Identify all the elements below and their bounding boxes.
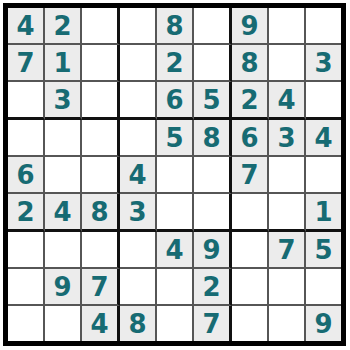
- cell-r3c5: 6: [157, 82, 194, 120]
- cell-r8c1[interactable]: [8, 269, 45, 306]
- cell-r5c9[interactable]: [306, 157, 341, 194]
- cell-r6c8[interactable]: [269, 194, 306, 232]
- cell-r8c4[interactable]: [120, 269, 157, 306]
- cell-r6c9: 1: [306, 194, 341, 232]
- cell-r4c6: 8: [194, 120, 232, 157]
- cell-r8c2: 9: [45, 269, 82, 306]
- cell-r4c2[interactable]: [45, 120, 82, 157]
- cell-r9c5[interactable]: [157, 306, 194, 341]
- cell-r6c6[interactable]: [194, 194, 232, 232]
- cell-r1c7: 9: [232, 8, 269, 45]
- sudoku-board: 42897128336524586346472483149759724879: [3, 3, 346, 346]
- cell-r5c7: 7: [232, 157, 269, 194]
- cell-r6c3: 8: [82, 194, 120, 232]
- cell-r9c8[interactable]: [269, 306, 306, 341]
- cell-r1c6[interactable]: [194, 8, 232, 45]
- cell-r8c5[interactable]: [157, 269, 194, 306]
- cell-r1c8[interactable]: [269, 8, 306, 45]
- cell-r4c4[interactable]: [120, 120, 157, 157]
- cell-r8c7[interactable]: [232, 269, 269, 306]
- cell-r9c1[interactable]: [8, 306, 45, 341]
- cell-r9c7[interactable]: [232, 306, 269, 341]
- cell-r3c4[interactable]: [120, 82, 157, 120]
- cell-r4c3[interactable]: [82, 120, 120, 157]
- cell-r5c2[interactable]: [45, 157, 82, 194]
- cell-r4c8: 3: [269, 120, 306, 157]
- cell-r2c1: 7: [8, 45, 45, 82]
- cell-r7c7[interactable]: [232, 232, 269, 269]
- cell-r2c4[interactable]: [120, 45, 157, 82]
- cell-r2c9: 3: [306, 45, 341, 82]
- cell-r5c6[interactable]: [194, 157, 232, 194]
- cell-r7c5: 4: [157, 232, 194, 269]
- cell-r4c9: 4: [306, 120, 341, 157]
- cell-r9c2[interactable]: [45, 306, 82, 341]
- cell-r7c2[interactable]: [45, 232, 82, 269]
- sudoku-page: 42897128336524586346472483149759724879: [0, 0, 350, 350]
- cell-r1c4[interactable]: [120, 8, 157, 45]
- cell-r5c4: 4: [120, 157, 157, 194]
- cell-r6c4: 3: [120, 194, 157, 232]
- cell-r3c3[interactable]: [82, 82, 120, 120]
- cell-r6c7[interactable]: [232, 194, 269, 232]
- cell-r2c8[interactable]: [269, 45, 306, 82]
- cell-r1c9[interactable]: [306, 8, 341, 45]
- cell-r5c3[interactable]: [82, 157, 120, 194]
- cell-r2c2: 1: [45, 45, 82, 82]
- cell-r5c5[interactable]: [157, 157, 194, 194]
- cell-r2c3[interactable]: [82, 45, 120, 82]
- cell-r3c8: 4: [269, 82, 306, 120]
- cell-r1c5: 8: [157, 8, 194, 45]
- cell-r1c3[interactable]: [82, 8, 120, 45]
- cell-r6c2: 4: [45, 194, 82, 232]
- cell-r3c9[interactable]: [306, 82, 341, 120]
- cell-r4c1[interactable]: [8, 120, 45, 157]
- cell-r6c1: 2: [8, 194, 45, 232]
- cell-r6c5[interactable]: [157, 194, 194, 232]
- cell-r3c6: 5: [194, 82, 232, 120]
- cell-r9c9: 9: [306, 306, 341, 341]
- cell-r2c6[interactable]: [194, 45, 232, 82]
- cell-r3c2: 3: [45, 82, 82, 120]
- cell-r3c7: 2: [232, 82, 269, 120]
- cell-r1c2: 2: [45, 8, 82, 45]
- cell-r8c6: 2: [194, 269, 232, 306]
- cell-r2c5: 2: [157, 45, 194, 82]
- cell-r7c8: 7: [269, 232, 306, 269]
- cell-r9c6: 7: [194, 306, 232, 341]
- cell-r7c3[interactable]: [82, 232, 120, 269]
- cell-r7c6: 9: [194, 232, 232, 269]
- cell-r4c7: 6: [232, 120, 269, 157]
- cell-r8c8[interactable]: [269, 269, 306, 306]
- cell-r8c3: 7: [82, 269, 120, 306]
- cell-r3c1[interactable]: [8, 82, 45, 120]
- cell-r5c1: 6: [8, 157, 45, 194]
- cell-r1c1: 4: [8, 8, 45, 45]
- cell-r7c9: 5: [306, 232, 341, 269]
- cell-r4c5: 5: [157, 120, 194, 157]
- cell-r7c1[interactable]: [8, 232, 45, 269]
- cell-r5c8[interactable]: [269, 157, 306, 194]
- cell-r9c3: 4: [82, 306, 120, 341]
- cell-r7c4[interactable]: [120, 232, 157, 269]
- cell-r9c4: 8: [120, 306, 157, 341]
- cell-r8c9[interactable]: [306, 269, 341, 306]
- cell-r2c7: 8: [232, 45, 269, 82]
